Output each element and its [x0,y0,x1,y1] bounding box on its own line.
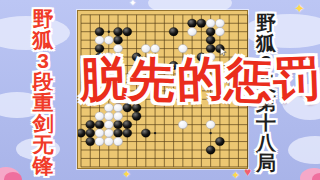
sparkle-star-icon: ✦ [294,2,305,15]
sparkle-star-icon: ✦ [122,169,131,180]
white-stone [114,112,123,120]
left-caption-char: 野 [33,8,54,29]
black-stone [95,120,104,128]
right-caption-char: 狐 [256,33,276,53]
white-stone [104,120,113,128]
black-stone [114,28,123,36]
left-caption-char: 重 [33,92,54,113]
left-caption-char: 狐 [33,29,54,50]
black-stone [86,120,95,128]
white-stone [104,129,113,137]
right-caption-char: 野 [256,13,276,33]
white-stone [104,112,113,120]
white-stone [114,137,123,145]
white-stone [95,112,104,120]
white-stone [206,120,215,128]
black-stone [86,137,95,145]
black-stone [123,120,132,128]
black-stone [86,129,95,137]
marker-dot [154,132,156,134]
white-stone [104,137,113,145]
overlay-title-char: 先 [127,55,176,104]
left-caption: 野狐3段重剑无锋 [30,8,56,174]
black-stone [206,36,215,44]
white-stone [104,36,113,44]
overlay-title-char: 惩 [224,55,273,104]
black-stone [123,129,132,137]
white-stone [95,137,104,145]
black-stone [114,120,123,128]
white-stone [178,120,187,128]
marker-dot [209,132,211,134]
white-stone [215,28,224,36]
white-stone [206,19,215,27]
heart-icon: ♥ [244,166,251,178]
left-caption-char: 无 [33,134,54,155]
black-stone [114,129,123,137]
video-thumbnail-canvas: 野狐3段重剑无锋 野狐3段第十八局 脱先的惩罚 ✦✦✦✦✦♥ [0,0,320,180]
left-caption-char: 段 [33,71,54,92]
overlay-title-char: 脱 [79,54,128,103]
title-overlay: 脱先的惩罚 [80,55,320,102]
right-caption-char: 八 [256,133,276,153]
black-stone [188,19,197,27]
white-stone [188,28,197,36]
black-stone [141,129,150,137]
white-stone [141,44,150,52]
black-stone [95,28,104,36]
white-stone [215,19,224,27]
white-stone [95,36,104,44]
overlay-title-char: 罚 [272,54,320,103]
right-caption-char: 十 [256,113,276,133]
white-stone [114,104,123,112]
black-stone [132,112,141,120]
left-caption-char: 锋 [33,155,54,176]
white-stone [95,129,104,137]
corner-flower-decoration [4,172,22,180]
sparkle-star-icon: ✦ [304,56,311,64]
left-caption-char: 剑 [33,113,54,134]
black-stone [169,28,178,36]
cloud [288,136,320,164]
black-stone [215,137,224,145]
sparkle-star-icon: ✦ [231,170,240,180]
black-stone [206,146,215,154]
marker-dot [108,31,110,33]
white-stone [151,44,160,52]
left-caption-char: 3 [37,50,49,71]
black-stone [78,129,86,137]
black-stone [206,28,215,36]
overlay-title-char: 的 [176,54,225,103]
black-stone [114,36,123,44]
black-stone [123,28,132,36]
corner-flower-decoration [312,173,320,180]
right-caption-char: 局 [256,153,276,173]
sparkle-star-icon: ✦ [129,0,137,8]
black-stone [197,19,206,27]
